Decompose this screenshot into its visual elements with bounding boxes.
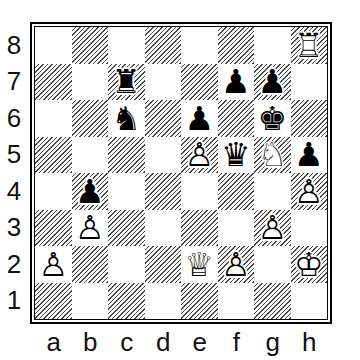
black-pawn-icon: ♟	[221, 65, 251, 98]
white-pawn-g3[interactable]: ♟♙	[254, 210, 291, 247]
white-queen-icon: ♕	[184, 248, 214, 281]
rank-label-3: 3	[0, 210, 28, 247]
square-b7[interactable]	[72, 64, 109, 101]
square-b3[interactable]: ♟♙	[72, 210, 109, 247]
chess-diagram: 87654321 ♜♖♜♜♟♟♟♟♞♞♟♟♚♚♟♙♛♛♞♘♟♟♟♟♟♙♟♙♟♙♟…	[0, 0, 360, 360]
black-pawn-e6[interactable]: ♟♟	[181, 100, 218, 137]
board-frame: ♜♖♜♜♟♟♟♟♞♞♟♟♚♚♟♙♛♛♞♘♟♟♟♟♟♙♟♙♟♙♟♙♛♕♟♙♚♔	[30, 22, 332, 324]
square-f5[interactable]: ♛♛	[218, 137, 255, 174]
square-g5[interactable]: ♞♘	[254, 137, 291, 174]
rank-label-7: 7	[0, 64, 28, 101]
square-d5[interactable]	[145, 137, 182, 174]
square-f2[interactable]: ♟♙	[218, 246, 255, 283]
file-label-b: b	[72, 326, 109, 358]
square-b4[interactable]: ♟♟	[72, 173, 109, 210]
square-f1[interactable]	[218, 283, 255, 320]
white-pawn-icon: ♙	[294, 175, 324, 208]
white-pawn-e5[interactable]: ♟♙	[181, 137, 218, 174]
square-c1[interactable]	[108, 283, 145, 320]
square-e4[interactable]	[181, 173, 218, 210]
square-e1[interactable]	[181, 283, 218, 320]
square-d8[interactable]	[145, 27, 182, 64]
square-e3[interactable]	[181, 210, 218, 247]
square-a3[interactable]	[35, 210, 72, 247]
black-pawn-b4[interactable]: ♟♟	[72, 173, 109, 210]
black-pawn-icon: ♟	[257, 65, 287, 98]
black-knight-icon: ♞	[111, 102, 141, 135]
square-h8[interactable]: ♜♖	[291, 27, 328, 64]
square-g1[interactable]	[254, 283, 291, 320]
square-f3[interactable]	[218, 210, 255, 247]
black-pawn-g7[interactable]: ♟♟	[254, 64, 291, 101]
white-knight-g5[interactable]: ♞♘	[254, 137, 291, 174]
black-queen-f5[interactable]: ♛♛	[218, 137, 255, 174]
square-g6[interactable]: ♚♚	[254, 100, 291, 137]
file-labels: abcdefgh	[36, 326, 328, 358]
square-b2[interactable]	[72, 246, 109, 283]
square-a5[interactable]	[35, 137, 72, 174]
black-king-icon: ♚	[257, 102, 287, 135]
square-g7[interactable]: ♟♟	[254, 64, 291, 101]
square-d6[interactable]	[145, 100, 182, 137]
square-c2[interactable]	[108, 246, 145, 283]
black-pawn-icon: ♟	[75, 175, 105, 208]
square-f8[interactable]	[218, 27, 255, 64]
square-h1[interactable]	[291, 283, 328, 320]
black-king-g6[interactable]: ♚♚	[254, 100, 291, 137]
file-label-g: g	[255, 326, 292, 358]
rank-label-1: 1	[0, 283, 28, 320]
white-pawn-icon: ♙	[38, 248, 68, 281]
square-e2[interactable]: ♛♕	[181, 246, 218, 283]
square-h3[interactable]	[291, 210, 328, 247]
square-d2[interactable]	[145, 246, 182, 283]
square-a7[interactable]	[35, 64, 72, 101]
white-king-h2[interactable]: ♚♔	[291, 246, 328, 283]
rank-label-4: 4	[0, 173, 28, 210]
file-label-h: h	[291, 326, 328, 358]
white-pawn-icon: ♙	[221, 248, 251, 281]
square-e8[interactable]	[181, 27, 218, 64]
white-pawn-icon: ♙	[184, 138, 214, 171]
square-g8[interactable]	[254, 27, 291, 64]
file-label-f: f	[218, 326, 255, 358]
square-h6[interactable]	[291, 100, 328, 137]
white-knight-icon: ♘	[257, 138, 287, 171]
white-pawn-f2[interactable]: ♟♙	[218, 246, 255, 283]
square-a6[interactable]	[35, 100, 72, 137]
black-queen-icon: ♛	[221, 138, 251, 171]
square-e5[interactable]: ♟♙	[181, 137, 218, 174]
black-knight-c6[interactable]: ♞♞	[108, 100, 145, 137]
square-d1[interactable]	[145, 283, 182, 320]
square-h7[interactable]	[291, 64, 328, 101]
square-b6[interactable]	[72, 100, 109, 137]
square-e7[interactable]	[181, 64, 218, 101]
square-a8[interactable]	[35, 27, 72, 64]
rank-label-6: 6	[0, 100, 28, 137]
white-pawn-a2[interactable]: ♟♙	[35, 246, 72, 283]
square-h2[interactable]: ♚♔	[291, 246, 328, 283]
file-label-a: a	[36, 326, 73, 358]
black-rook-icon: ♜	[111, 65, 141, 98]
white-queen-e2[interactable]: ♛♕	[181, 246, 218, 283]
square-g4[interactable]	[254, 173, 291, 210]
file-label-e: e	[182, 326, 219, 358]
rank-labels: 87654321	[0, 27, 28, 319]
square-f4[interactable]	[218, 173, 255, 210]
square-h4[interactable]: ♟♙	[291, 173, 328, 210]
square-e6[interactable]: ♟♟	[181, 100, 218, 137]
black-rook-c7[interactable]: ♜♜	[108, 64, 145, 101]
square-a1[interactable]	[35, 283, 72, 320]
square-d3[interactable]	[145, 210, 182, 247]
white-rook-h8[interactable]: ♜♖	[291, 27, 328, 64]
square-a4[interactable]	[35, 173, 72, 210]
rank-label-8: 8	[0, 27, 28, 64]
square-h5[interactable]: ♟♟	[291, 137, 328, 174]
white-king-icon: ♔	[294, 248, 324, 281]
square-c5[interactable]	[108, 137, 145, 174]
square-c8[interactable]	[108, 27, 145, 64]
black-pawn-f7[interactable]: ♟♟	[218, 64, 255, 101]
square-c4[interactable]	[108, 173, 145, 210]
white-pawn-h4[interactable]: ♟♙	[291, 173, 328, 210]
rank-label-5: 5	[0, 137, 28, 174]
square-b1[interactable]	[72, 283, 109, 320]
black-pawn-icon: ♟	[184, 102, 214, 135]
square-f7[interactable]: ♟♟	[218, 64, 255, 101]
file-label-c: c	[109, 326, 146, 358]
black-pawn-h5[interactable]: ♟♟	[291, 137, 328, 174]
square-b5[interactable]	[72, 137, 109, 174]
square-g2[interactable]	[254, 246, 291, 283]
black-pawn-icon: ♟	[294, 138, 324, 171]
square-b8[interactable]	[72, 27, 109, 64]
square-g3[interactable]: ♟♙	[254, 210, 291, 247]
square-a2[interactable]: ♟♙	[35, 246, 72, 283]
white-pawn-icon: ♙	[75, 211, 105, 244]
square-c7[interactable]: ♜♜	[108, 64, 145, 101]
white-rook-icon: ♖	[294, 29, 324, 62]
square-d7[interactable]	[145, 64, 182, 101]
square-c3[interactable]	[108, 210, 145, 247]
white-pawn-icon: ♙	[257, 211, 287, 244]
file-label-d: d	[145, 326, 182, 358]
square-c6[interactable]: ♞♞	[108, 100, 145, 137]
square-f6[interactable]	[218, 100, 255, 137]
square-d4[interactable]	[145, 173, 182, 210]
board: ♜♖♜♜♟♟♟♟♞♞♟♟♚♚♟♙♛♛♞♘♟♟♟♟♟♙♟♙♟♙♟♙♛♕♟♙♚♔	[34, 26, 328, 320]
rank-label-2: 2	[0, 246, 28, 283]
white-pawn-b3[interactable]: ♟♙	[72, 210, 109, 247]
